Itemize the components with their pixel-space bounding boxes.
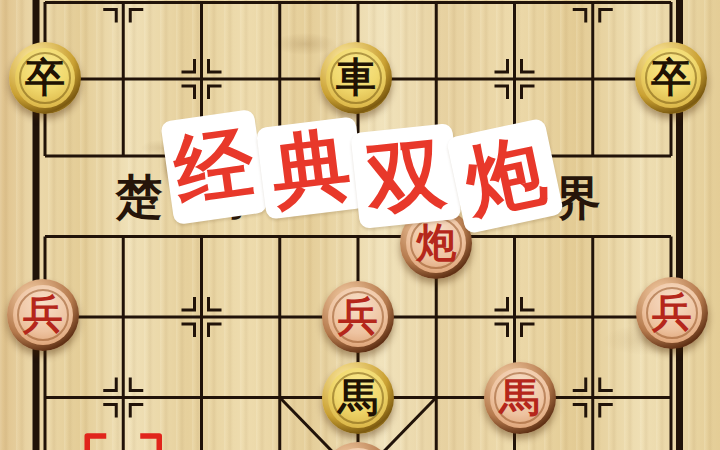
piece-character: 馬 — [322, 362, 394, 434]
piece-character: 兵 — [7, 279, 79, 351]
piece-red-unknown[interactable] — [322, 442, 394, 450]
piece-black-chariot[interactable]: 車 — [320, 42, 392, 114]
piece-red-soldier[interactable]: 兵 — [636, 277, 708, 349]
title-char-2: 典 — [268, 125, 355, 212]
title-char-1: 经 — [170, 123, 258, 211]
piece-red-horse[interactable]: 馬 — [484, 362, 556, 434]
piece-character — [322, 442, 394, 450]
piece-black-horse[interactable]: 馬 — [322, 362, 394, 434]
piece-character: 車 — [320, 42, 392, 114]
piece-black-soldier[interactable]: 卒 — [9, 42, 81, 114]
piece-character: 卒 — [635, 42, 707, 114]
title-card-4: 炮 — [446, 118, 564, 235]
title-card-3: 双 — [350, 123, 461, 229]
piece-character: 兵 — [322, 281, 394, 353]
piece-character: 卒 — [9, 42, 81, 114]
piece-red-soldier[interactable]: 兵 — [7, 279, 79, 351]
river-label-chu: 楚 — [116, 173, 163, 220]
piece-red-soldier[interactable]: 兵 — [322, 281, 394, 353]
piece-black-soldier[interactable]: 卒 — [635, 42, 707, 114]
title-card-2: 典 — [256, 116, 366, 220]
piece-character: 兵 — [636, 277, 708, 349]
title-char-4: 炮 — [459, 130, 552, 223]
xiangqi-board[interactable]: 楚 河 漢 界 卒車卒炮兵兵兵馬馬 经 典 双 炮 — [0, 0, 720, 450]
title-card-1: 经 — [160, 109, 268, 225]
piece-character: 馬 — [484, 362, 556, 434]
title-char-3: 双 — [363, 133, 449, 219]
